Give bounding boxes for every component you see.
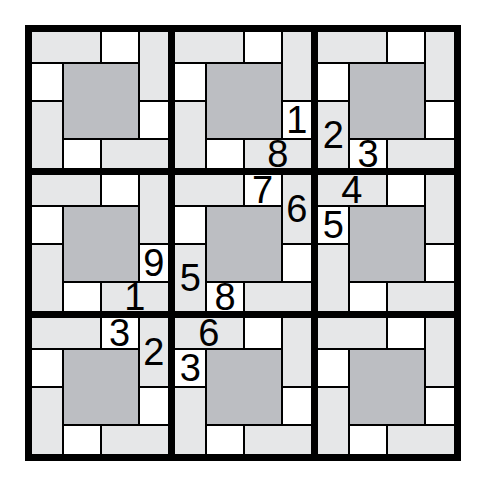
given-digit: 2 bbox=[143, 333, 164, 371]
cell-r7c7[interactable] bbox=[317, 317, 387, 349]
cell-r3c9[interactable] bbox=[387, 139, 455, 169]
cell-r5c7[interactable]: 5 bbox=[317, 206, 349, 243]
cell-r2c9[interactable] bbox=[425, 101, 455, 139]
cell-r6c8[interactable] bbox=[349, 282, 386, 312]
box-6: 45 bbox=[317, 174, 455, 312]
cell-r7c6[interactable] bbox=[282, 317, 312, 387]
cell-r2c1[interactable] bbox=[31, 63, 63, 100]
cell-r1c8[interactable] bbox=[387, 31, 425, 63]
box-9 bbox=[317, 317, 455, 455]
cell-r9c2[interactable] bbox=[63, 425, 100, 455]
cell-r7c8[interactable] bbox=[387, 317, 425, 349]
cell-r3c5[interactable] bbox=[206, 139, 243, 169]
cell-r1c3[interactable] bbox=[139, 31, 169, 101]
cell-r2c5[interactable] bbox=[206, 63, 281, 138]
given-digit: 1 bbox=[124, 278, 145, 316]
cell-r9c5[interactable] bbox=[206, 425, 243, 455]
cell-r3c8[interactable]: 3 bbox=[349, 139, 386, 169]
cell-r6c1[interactable] bbox=[31, 244, 63, 312]
given-digit: 2 bbox=[323, 116, 344, 154]
cell-r8c3[interactable] bbox=[139, 387, 169, 425]
cell-r5c6[interactable] bbox=[282, 244, 312, 282]
cell-r4c3[interactable] bbox=[139, 174, 169, 244]
cell-r5c2[interactable] bbox=[63, 206, 138, 281]
cell-r9c8[interactable] bbox=[349, 425, 386, 455]
cell-r1c4[interactable] bbox=[174, 31, 244, 63]
box-7: 32 bbox=[31, 317, 169, 455]
cell-r8c5[interactable] bbox=[206, 349, 281, 424]
cell-r6c2[interactable] bbox=[63, 282, 100, 312]
box-3: 23 bbox=[317, 31, 455, 169]
cell-r8c6[interactable] bbox=[282, 387, 312, 425]
box-4: 91 bbox=[31, 174, 169, 312]
cell-r7c2[interactable]: 3 bbox=[101, 317, 139, 349]
cell-r2c2[interactable] bbox=[63, 63, 138, 138]
cell-r6c9[interactable] bbox=[387, 282, 455, 312]
cell-r9c1[interactable] bbox=[31, 387, 63, 455]
cell-r8c2[interactable] bbox=[63, 349, 138, 424]
cell-r7c4[interactable]: 6 bbox=[174, 317, 244, 349]
cell-r3c4[interactable] bbox=[174, 101, 206, 169]
given-digit: 1 bbox=[286, 101, 307, 139]
cell-r1c7[interactable] bbox=[317, 31, 387, 63]
cell-r1c2[interactable] bbox=[101, 31, 139, 63]
given-digit: 9 bbox=[143, 244, 164, 282]
cell-r8c1[interactable] bbox=[31, 349, 63, 386]
cell-r2c8[interactable] bbox=[349, 63, 424, 138]
cell-r3c3[interactable] bbox=[101, 139, 169, 169]
cell-r1c9[interactable] bbox=[425, 31, 455, 101]
box-5: 7658 bbox=[174, 174, 312, 312]
cell-r5c8[interactable] bbox=[349, 206, 424, 281]
cell-r4c2[interactable] bbox=[101, 174, 139, 206]
cell-r8c7[interactable] bbox=[317, 349, 349, 386]
cell-r9c7[interactable] bbox=[317, 387, 349, 455]
given-digit: 4 bbox=[341, 171, 362, 209]
cell-r8c8[interactable] bbox=[349, 349, 424, 424]
cell-r2c4[interactable] bbox=[174, 63, 206, 100]
cell-r3c1[interactable] bbox=[31, 101, 63, 169]
cell-r4c7[interactable]: 4 bbox=[317, 174, 387, 206]
cell-r5c5[interactable] bbox=[206, 206, 281, 281]
cell-r2c7[interactable] bbox=[317, 63, 349, 100]
cell-r4c6[interactable]: 6 bbox=[282, 174, 312, 244]
cell-r1c6[interactable] bbox=[282, 31, 312, 101]
cell-r6c6[interactable] bbox=[244, 282, 312, 312]
cell-r7c9[interactable] bbox=[425, 317, 455, 387]
given-digit: 7 bbox=[252, 171, 273, 209]
cell-r3c6[interactable]: 8 bbox=[244, 139, 312, 169]
given-digit: 5 bbox=[180, 259, 201, 297]
given-digit: 8 bbox=[214, 278, 235, 316]
cell-r4c4[interactable] bbox=[174, 174, 244, 206]
cell-r4c1[interactable] bbox=[31, 174, 101, 206]
cell-r8c9[interactable] bbox=[425, 387, 455, 425]
box-1 bbox=[31, 31, 169, 169]
given-digit: 3 bbox=[109, 314, 130, 352]
cell-r7c5[interactable] bbox=[244, 317, 282, 349]
cell-r6c5[interactable]: 8 bbox=[206, 282, 243, 312]
given-digit: 3 bbox=[180, 349, 201, 387]
cell-r6c4[interactable]: 5 bbox=[174, 244, 206, 312]
cell-r1c5[interactable] bbox=[244, 31, 282, 63]
cell-r1c1[interactable] bbox=[31, 31, 101, 63]
sudoku-board: 1823917658453263 bbox=[25, 25, 461, 461]
cell-r6c7[interactable] bbox=[317, 244, 349, 312]
cell-r5c4[interactable] bbox=[174, 206, 206, 243]
given-digit: 3 bbox=[357, 135, 378, 173]
cell-r4c5[interactable]: 7 bbox=[244, 174, 282, 206]
cell-r5c1[interactable] bbox=[31, 206, 63, 243]
given-digit: 6 bbox=[198, 314, 219, 352]
given-digit: 5 bbox=[323, 206, 344, 244]
cell-r6c3[interactable]: 1 bbox=[101, 282, 169, 312]
cell-r8c4[interactable]: 3 bbox=[174, 349, 206, 386]
cell-r7c1[interactable] bbox=[31, 317, 101, 349]
cell-r2c3[interactable] bbox=[139, 101, 169, 139]
box-8: 63 bbox=[174, 317, 312, 455]
cell-r3c2[interactable] bbox=[63, 139, 100, 169]
cell-r9c9[interactable] bbox=[387, 425, 455, 455]
box-2: 18 bbox=[174, 31, 312, 169]
given-digit: 6 bbox=[286, 190, 307, 228]
cell-r4c9[interactable] bbox=[425, 174, 455, 244]
given-digit: 8 bbox=[267, 135, 288, 173]
cell-r3c7[interactable]: 2 bbox=[317, 101, 349, 169]
cell-r7c3[interactable]: 2 bbox=[139, 317, 169, 387]
cell-r9c4[interactable] bbox=[174, 387, 206, 455]
cell-r5c9[interactable] bbox=[425, 244, 455, 282]
cell-r9c3[interactable] bbox=[101, 425, 169, 455]
cell-r9c6[interactable] bbox=[244, 425, 312, 455]
cell-r4c8[interactable] bbox=[387, 174, 425, 206]
